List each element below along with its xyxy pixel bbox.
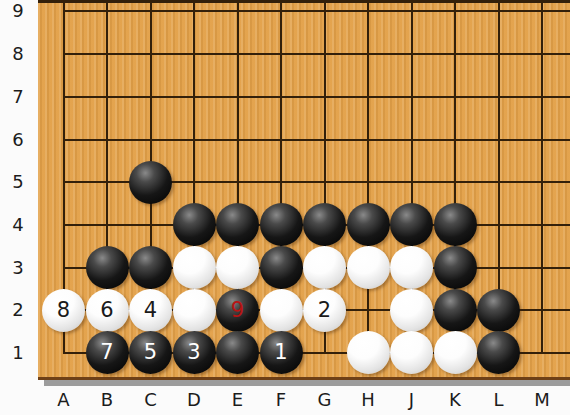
white-stone-F2[interactable] bbox=[260, 289, 303, 332]
move-number-8: 8 bbox=[57, 300, 70, 321]
board-drop-shadow bbox=[44, 380, 570, 386]
white-stone-K1[interactable] bbox=[434, 331, 477, 374]
board-point-K3 bbox=[433, 246, 477, 289]
board-point-B2: 6 bbox=[85, 289, 129, 332]
black-stone-K3[interactable] bbox=[434, 246, 477, 289]
board-point-H3 bbox=[346, 246, 390, 289]
board-point-H4 bbox=[346, 204, 390, 247]
black-stone-K4[interactable] bbox=[434, 203, 477, 246]
move-number-3: 3 bbox=[187, 342, 200, 363]
row-label-5: 5 bbox=[0, 171, 36, 193]
board-point-B1: 7 bbox=[85, 332, 129, 375]
board-point-E1 bbox=[216, 332, 260, 375]
row-label-4: 4 bbox=[0, 214, 36, 236]
board-point-J1 bbox=[390, 332, 434, 375]
column-label-B: B bbox=[91, 389, 123, 411]
board-point-J2 bbox=[390, 289, 434, 332]
board-point-K1 bbox=[433, 332, 477, 375]
column-label-J: J bbox=[396, 389, 428, 411]
white-stone-G2[interactable]: 2 bbox=[303, 289, 346, 332]
board-point-F1: 1 bbox=[259, 332, 303, 375]
row-label-6: 6 bbox=[0, 129, 36, 151]
board-point-C2: 4 bbox=[129, 289, 173, 332]
board-point-F4 bbox=[259, 204, 303, 247]
row-label-9: 9 bbox=[0, 0, 36, 22]
board-point-G2: 2 bbox=[303, 289, 347, 332]
black-stone-E1[interactable] bbox=[216, 331, 259, 374]
black-stone-F4[interactable] bbox=[260, 203, 303, 246]
column-label-G: G bbox=[309, 389, 341, 411]
go-board-diagram: 864927531 987654321 ABCDEFGHJKLM bbox=[0, 0, 570, 415]
board-point-B3 bbox=[85, 246, 129, 289]
board-point-G3 bbox=[303, 246, 347, 289]
stones-grid: 864927531 bbox=[42, 0, 564, 374]
board-point-A2: 8 bbox=[42, 289, 86, 332]
board-point-F3 bbox=[259, 246, 303, 289]
white-stone-D2[interactable] bbox=[173, 289, 216, 332]
board-point-C1: 5 bbox=[129, 332, 173, 375]
black-stone-C3[interactable] bbox=[129, 246, 172, 289]
board-point-C3 bbox=[129, 246, 173, 289]
black-stone-C5[interactable] bbox=[129, 161, 172, 204]
board-point-K4 bbox=[433, 204, 477, 247]
column-label-L: L bbox=[483, 389, 515, 411]
row-label-1: 1 bbox=[0, 342, 36, 364]
column-label-F: F bbox=[265, 389, 297, 411]
column-label-A: A bbox=[48, 389, 80, 411]
board-point-D1: 3 bbox=[172, 332, 216, 375]
board-point-G4 bbox=[303, 204, 347, 247]
row-label-3: 3 bbox=[0, 257, 36, 279]
black-stone-F3[interactable] bbox=[260, 246, 303, 289]
black-stone-H4[interactable] bbox=[347, 203, 390, 246]
white-stone-H1[interactable] bbox=[347, 331, 390, 374]
board-point-E2: 9 bbox=[216, 289, 260, 332]
black-stone-E2[interactable]: 9 bbox=[216, 289, 259, 332]
board-point-E3 bbox=[216, 246, 260, 289]
black-stone-F1[interactable]: 1 bbox=[260, 331, 303, 374]
white-stone-J3[interactable] bbox=[390, 246, 433, 289]
white-stone-A2[interactable]: 8 bbox=[42, 289, 85, 332]
black-stone-C1[interactable]: 5 bbox=[129, 331, 172, 374]
board-point-D3 bbox=[172, 246, 216, 289]
row-label-7: 7 bbox=[0, 86, 36, 108]
black-stone-K2[interactable] bbox=[434, 289, 477, 332]
black-stone-B1[interactable]: 7 bbox=[86, 331, 129, 374]
board-point-H1 bbox=[346, 332, 390, 375]
board-point-F2 bbox=[259, 289, 303, 332]
board-point-L2 bbox=[477, 289, 521, 332]
white-stone-G3[interactable] bbox=[303, 246, 346, 289]
board-point-D4 bbox=[172, 204, 216, 247]
board-point-D2 bbox=[172, 289, 216, 332]
black-stone-D1[interactable]: 3 bbox=[173, 331, 216, 374]
row-label-2: 2 bbox=[0, 299, 36, 321]
move-number-1: 1 bbox=[274, 342, 287, 363]
move-number-6: 6 bbox=[100, 300, 113, 321]
black-stone-L1[interactable] bbox=[477, 331, 520, 374]
white-stone-D3[interactable] bbox=[173, 246, 216, 289]
black-stone-E4[interactable] bbox=[216, 203, 259, 246]
move-number-2: 2 bbox=[318, 300, 331, 321]
column-label-M: M bbox=[526, 389, 558, 411]
move-number-7: 7 bbox=[100, 342, 113, 363]
move-number-4: 4 bbox=[144, 300, 157, 321]
column-label-D: D bbox=[178, 389, 210, 411]
board-point-J3 bbox=[390, 246, 434, 289]
row-label-8: 8 bbox=[0, 43, 36, 65]
column-label-E: E bbox=[222, 389, 254, 411]
board-point-K2 bbox=[433, 289, 477, 332]
black-stone-J4[interactable] bbox=[390, 203, 433, 246]
white-stone-E3[interactable] bbox=[216, 246, 259, 289]
move-number-9: 9 bbox=[231, 300, 244, 321]
black-stone-L2[interactable] bbox=[477, 289, 520, 332]
black-stone-B3[interactable] bbox=[86, 246, 129, 289]
board-point-E4 bbox=[216, 204, 260, 247]
column-label-H: H bbox=[352, 389, 384, 411]
white-stone-J1[interactable] bbox=[390, 331, 433, 374]
white-stone-J2[interactable] bbox=[390, 289, 433, 332]
black-stone-D4[interactable] bbox=[173, 203, 216, 246]
column-label-C: C bbox=[135, 389, 167, 411]
board-point-C5 bbox=[129, 161, 173, 204]
white-stone-C2[interactable]: 4 bbox=[129, 289, 172, 332]
board-point-L1 bbox=[477, 332, 521, 375]
column-label-K: K bbox=[439, 389, 471, 411]
board-point-J4 bbox=[390, 204, 434, 247]
black-stone-G4[interactable] bbox=[303, 203, 346, 246]
white-stone-B2[interactable]: 6 bbox=[86, 289, 129, 332]
move-number-5: 5 bbox=[144, 342, 157, 363]
white-stone-H3[interactable] bbox=[347, 246, 390, 289]
